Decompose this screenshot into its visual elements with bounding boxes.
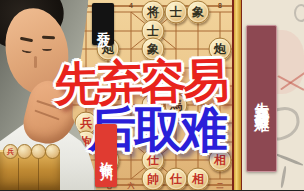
boxed-piece [17,144,32,159]
boxed-piece [45,144,60,159]
boxed-piece [31,144,46,159]
player-name-label-bottom: 许银川 [95,124,117,187]
xiangqi-piece-red[interactable]: 帥 [142,168,165,191]
piece-box: 兵 [0,150,60,190]
player-name-label-top: 乔波 [92,3,114,45]
file-label-bottom: 六 [128,182,135,189]
file-label-top: 4 [129,2,133,9]
photo-eye [42,46,52,51]
banner-gold-border [232,0,242,190]
banner-artwork [294,4,304,22]
file-label-top: 8 [218,2,222,9]
xiangqi-piece-red[interactable]: 相 [187,168,210,191]
piece-box-seam [38,158,39,190]
side-banner: 先弃容易后取难 [232,0,304,190]
piece-box-seam [18,158,19,190]
file-label-bottom: 二 [217,182,224,189]
banner-artwork [280,166,287,188]
boxed-piece: 兵 [3,144,18,159]
xiangqi-piece-red[interactable]: 仕 [165,168,188,191]
photo-nose [34,56,37,68]
xiangqi-piece-black[interactable]: 士 [165,1,188,24]
xiangqi-piece-black[interactable]: 象 [187,1,210,24]
banner-artwork [275,152,304,166]
thumbnail-stage: 123456789九八七六五四三二一楚河漢界将士象士象炮炮車馬兵兵炮馬仕相帥仕相… [0,0,304,190]
banner-title-panel: 先弃容易后取难 [246,25,277,172]
